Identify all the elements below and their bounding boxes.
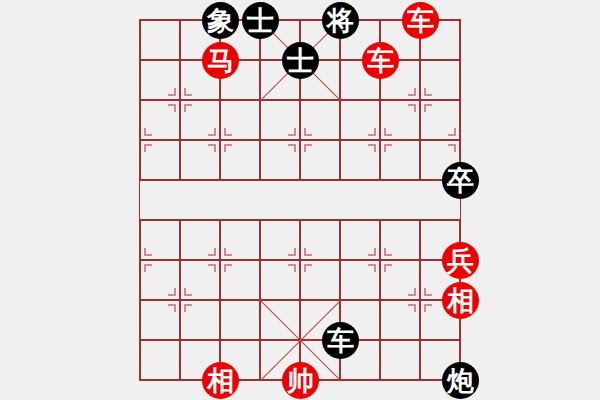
point-marker xyxy=(424,288,432,296)
point-marker xyxy=(424,104,432,112)
board-cell xyxy=(300,180,340,220)
point-marker xyxy=(288,144,296,152)
point-marker xyxy=(208,248,216,256)
board-cell xyxy=(260,180,300,220)
black-soldier[interactable]: 卒 xyxy=(442,162,479,199)
point-marker xyxy=(144,248,152,256)
point-marker xyxy=(168,88,176,96)
point-marker xyxy=(224,144,232,152)
red-chariot[interactable]: 车 xyxy=(362,42,399,79)
point-marker xyxy=(208,128,216,136)
black-chariot[interactable]: 车 xyxy=(322,322,359,359)
point-marker xyxy=(168,288,176,296)
board-cell xyxy=(140,340,180,380)
point-marker xyxy=(304,264,312,272)
point-marker xyxy=(168,304,176,312)
board-cell xyxy=(220,180,260,220)
point-marker xyxy=(288,264,296,272)
xiangqi-diagram: 象士将车马士车卒兵相车相帅炮 xyxy=(0,0,600,400)
point-marker xyxy=(208,144,216,152)
point-marker xyxy=(144,128,152,136)
red-horse[interactable]: 马 xyxy=(202,42,239,79)
point-marker xyxy=(448,128,456,136)
point-marker xyxy=(384,128,392,136)
point-marker xyxy=(288,128,296,136)
board-cell xyxy=(140,180,180,220)
board-cell xyxy=(380,340,420,380)
point-marker xyxy=(144,264,152,272)
black-advisor[interactable]: 士 xyxy=(242,2,279,39)
point-marker xyxy=(304,144,312,152)
board-cell xyxy=(380,180,420,220)
point-marker xyxy=(448,144,456,152)
point-marker xyxy=(424,88,432,96)
point-marker xyxy=(368,144,376,152)
point-marker xyxy=(384,144,392,152)
board-grid: 象士将车马士车卒兵相车相帅炮 xyxy=(139,19,461,381)
point-marker xyxy=(368,128,376,136)
point-marker xyxy=(304,128,312,136)
point-marker xyxy=(184,104,192,112)
point-marker xyxy=(184,304,192,312)
red-chariot[interactable]: 车 xyxy=(402,2,439,39)
red-elephant[interactable]: 相 xyxy=(442,282,479,319)
point-marker xyxy=(384,264,392,272)
point-marker xyxy=(408,304,416,312)
board-cell xyxy=(180,180,220,220)
point-marker xyxy=(408,288,416,296)
point-marker xyxy=(184,288,192,296)
black-advisor[interactable]: 士 xyxy=(282,42,319,79)
point-marker xyxy=(184,88,192,96)
point-marker xyxy=(384,248,392,256)
red-general[interactable]: 帅 xyxy=(282,362,319,399)
red-soldier[interactable]: 兵 xyxy=(442,242,479,279)
point-marker xyxy=(224,264,232,272)
point-marker xyxy=(408,88,416,96)
board-cell xyxy=(140,20,180,60)
board-cell xyxy=(340,180,380,220)
point-marker xyxy=(224,128,232,136)
point-marker xyxy=(208,264,216,272)
point-marker xyxy=(424,304,432,312)
point-marker xyxy=(288,248,296,256)
point-marker xyxy=(304,248,312,256)
black-elephant[interactable]: 象 xyxy=(202,2,239,39)
point-marker xyxy=(168,104,176,112)
black-cannon[interactable]: 炮 xyxy=(442,362,479,399)
point-marker xyxy=(144,144,152,152)
black-general[interactable]: 将 xyxy=(322,2,359,39)
board-cell xyxy=(220,300,260,340)
point-marker xyxy=(224,248,232,256)
red-elephant[interactable]: 相 xyxy=(202,362,239,399)
point-marker xyxy=(408,104,416,112)
point-marker xyxy=(368,248,376,256)
point-marker xyxy=(368,264,376,272)
